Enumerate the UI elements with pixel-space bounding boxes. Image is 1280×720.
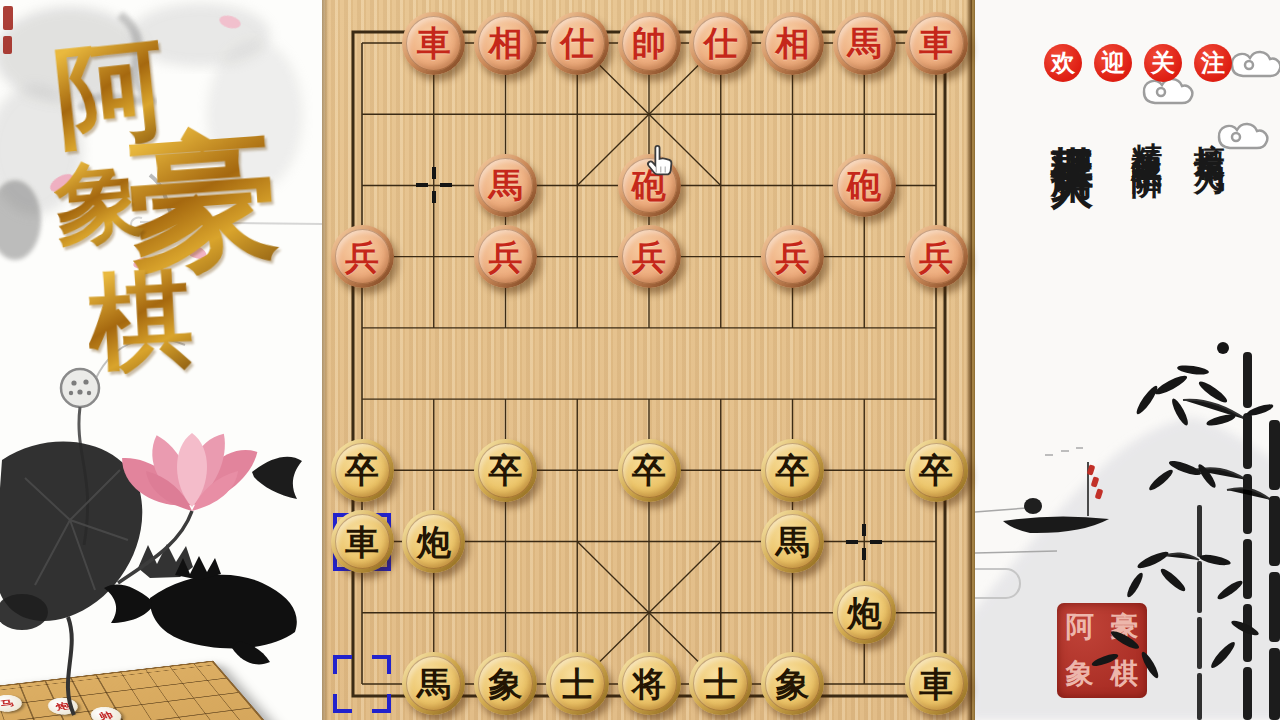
title-char-qi: 棋 <box>85 265 195 375</box>
piece-black-cannon[interactable]: 炮 <box>402 510 465 573</box>
seal-char: 豪 <box>1111 608 1139 646</box>
piece-red-soldier[interactable]: 兵 <box>474 225 537 288</box>
left-art-panel: 车马炮相兵帅卒炮象将車士 <box>0 0 322 720</box>
piece-red-elephant[interactable]: 相 <box>761 12 824 75</box>
piece-red-soldier[interactable]: 兵 <box>761 225 824 288</box>
piece-black-general[interactable]: 将 <box>618 652 681 715</box>
badge-huan: 欢 <box>1044 44 1082 82</box>
piece-red-advisor[interactable]: 仕 <box>546 12 609 75</box>
piece-black-chariot[interactable]: 車 <box>905 652 968 715</box>
badge-ying: 迎 <box>1094 44 1132 82</box>
piece-black-soldier[interactable]: 卒 <box>761 439 824 502</box>
piece-red-cannon[interactable]: 砲 <box>833 154 896 217</box>
promo-text-column-2: 精通象棋陷阱 <box>1125 118 1167 148</box>
piece-black-soldier[interactable]: 卒 <box>331 439 394 502</box>
red-seal-stamp: 阿 豪 象 棋 <box>1057 603 1147 698</box>
seal-char: 象 <box>1066 655 1094 693</box>
piece-red-horse[interactable]: 馬 <box>833 12 896 75</box>
decorative-capsule-outline <box>975 568 1021 599</box>
promo-text-column-3: 擅长布局飞刀 <box>1188 118 1230 148</box>
piece-black-soldier[interactable]: 卒 <box>474 439 537 502</box>
piece-black-advisor[interactable]: 士 <box>546 652 609 715</box>
piece-black-soldier[interactable]: 卒 <box>618 439 681 502</box>
piece-red-soldier[interactable]: 兵 <box>331 225 394 288</box>
piece-red-chariot[interactable]: 車 <box>402 12 465 75</box>
piece-red-horse[interactable]: 馬 <box>474 154 537 217</box>
app-window: 车马炮相兵帅卒炮象将車士 <box>0 0 1280 720</box>
promo-text-column-1: 棋理讲解第一人 <box>1044 112 1100 140</box>
hand-cursor-icon <box>642 142 678 182</box>
piece-red-chariot[interactable]: 車 <box>905 12 968 75</box>
xiangqi-board[interactable]: 車相仕帥仕相馬車馬砲砲兵兵兵兵兵卒卒卒卒卒車炮馬炮馬象士将士象車 <box>322 0 975 720</box>
piece-black-cannon[interactable]: 炮 <box>833 581 896 644</box>
seal-char: 阿 <box>1066 608 1094 646</box>
seal-char: 棋 <box>1111 655 1139 693</box>
title-char-xiang: 象 <box>51 154 146 249</box>
badge-guan: 关 <box>1144 44 1182 82</box>
seal-mark-edge <box>3 36 12 54</box>
last-move-cross-marker <box>413 164 455 206</box>
piece-red-general[interactable]: 帥 <box>618 12 681 75</box>
piece-red-elephant[interactable]: 相 <box>474 12 537 75</box>
title-char-hao: 豪 <box>123 120 283 280</box>
seal-mark-edge <box>3 6 13 30</box>
badge-zhu: 注 <box>1194 44 1232 82</box>
piece-red-advisor[interactable]: 仕 <box>689 12 752 75</box>
piece-black-horse[interactable]: 馬 <box>761 510 824 573</box>
piece-red-soldier[interactable]: 兵 <box>905 225 968 288</box>
right-promo-panel: 欢 迎 关 注 棋理讲解第一人 精通象棋陷阱 擅长布局飞刀 阿 豪 象 棋 <box>975 0 1280 720</box>
piece-black-soldier[interactable]: 卒 <box>905 439 968 502</box>
welcome-badges: 欢 迎 关 注 <box>1044 44 1232 82</box>
lotus-leaf-ink <box>0 442 142 715</box>
piece-black-chariot[interactable]: 車 <box>331 510 394 573</box>
last-move-cross-marker <box>843 521 885 563</box>
last-move-bracket <box>333 655 391 713</box>
piece-red-soldier[interactable]: 兵 <box>618 225 681 288</box>
